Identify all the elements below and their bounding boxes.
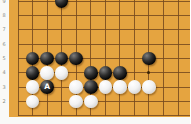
black-stone[interactable]: [26, 66, 40, 80]
white-stone[interactable]: [84, 95, 98, 109]
row-coordinate-label: 8: [0, 13, 8, 18]
white-stone[interactable]: [26, 95, 40, 109]
grid-line-horizontal: [18, 101, 191, 102]
white-stone[interactable]: [69, 80, 83, 94]
row-coordinate-label: 6: [0, 42, 8, 47]
white-stone[interactable]: [99, 80, 113, 94]
row-coordinate-label: 2: [0, 99, 8, 104]
bottom-coordinate-strip: [0, 117, 190, 124]
row-coordinate-label: 4: [0, 70, 8, 75]
black-stone[interactable]: [69, 52, 83, 66]
stone-label-A: A: [44, 84, 50, 92]
grid-line-horizontal: [18, 15, 191, 16]
black-stone[interactable]: [40, 52, 54, 66]
white-stone[interactable]: [26, 80, 40, 94]
row-coordinate-label: 3: [0, 85, 8, 90]
white-stone[interactable]: [128, 80, 142, 94]
black-stone[interactable]: [55, 0, 69, 8]
black-stone[interactable]: [142, 52, 156, 66]
grid-line-horizontal: [18, 29, 191, 30]
white-stone[interactable]: [113, 80, 127, 94]
white-stone[interactable]: [69, 95, 83, 109]
go-board[interactable]: A: [9, 0, 190, 117]
black-stone[interactable]: [84, 80, 98, 94]
left-coordinate-strip: [0, 0, 9, 124]
white-stone[interactable]: [142, 80, 156, 94]
white-stone[interactable]: [55, 66, 69, 80]
black-stone[interactable]: [84, 66, 98, 80]
grid-line-horizontal: [18, 1, 191, 2]
black-stone[interactable]: [113, 66, 127, 80]
row-coordinate-label: 5: [0, 56, 8, 61]
row-coordinate-label: 7: [0, 27, 8, 32]
white-stone[interactable]: [40, 66, 54, 80]
black-stone[interactable]: [26, 52, 40, 66]
row-coordinate-label: 9: [0, 0, 8, 4]
black-stone[interactable]: [99, 66, 113, 80]
go-diagram: A 98765432: [0, 0, 190, 124]
black-stone[interactable]: [55, 52, 69, 66]
grid-line-horizontal: [18, 44, 191, 45]
marked-black-stone-A[interactable]: A: [40, 80, 54, 94]
